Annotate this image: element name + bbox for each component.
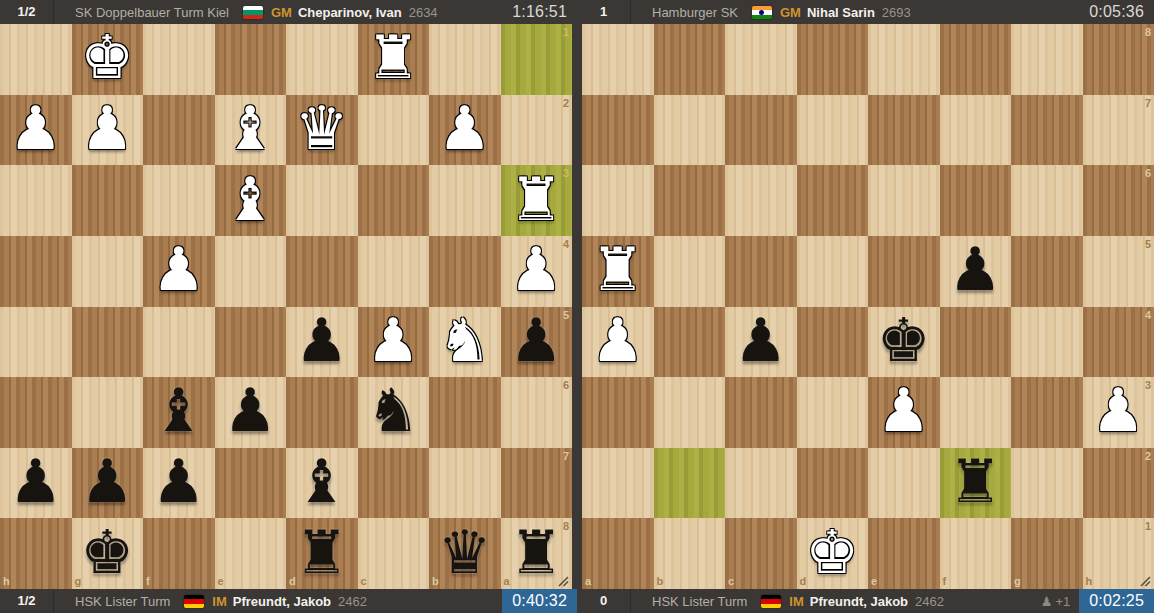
- square-a7[interactable]: 7: [501, 448, 573, 519]
- square-a1[interactable]: a: [582, 518, 654, 589]
- match-score: 1/2: [0, 0, 54, 24]
- square-a7[interactable]: [582, 95, 654, 166]
- square-f7[interactable]: [940, 95, 1012, 166]
- white-pawn: ♟: [1091, 380, 1145, 440]
- black-bishop: ♝: [152, 380, 206, 440]
- square-g3[interactable]: [1011, 377, 1083, 448]
- file-label-d: d: [800, 576, 807, 587]
- square-h3[interactable]: ♟3: [1083, 377, 1154, 448]
- square-b8[interactable]: ♛b: [429, 518, 501, 589]
- white-pawn: ♟: [509, 239, 563, 299]
- square-f1[interactable]: f: [940, 518, 1012, 589]
- square-g4[interactable]: [72, 236, 144, 307]
- square-c8[interactable]: c: [358, 518, 430, 589]
- player-title: GM: [780, 5, 801, 20]
- square-d8[interactable]: [797, 24, 869, 95]
- player-bar-top-left: 1/2 SK Doppelbauer Turm Kiel GM Cheparin…: [0, 0, 577, 24]
- square-e2[interactable]: ♝: [215, 95, 287, 166]
- square-h5[interactable]: 5: [1083, 236, 1154, 307]
- square-g2[interactable]: [1011, 448, 1083, 519]
- rank-label-4: 4: [1145, 310, 1151, 321]
- square-b6[interactable]: [654, 165, 726, 236]
- black-queen: ♛: [438, 522, 492, 582]
- square-d2[interactable]: [797, 448, 869, 519]
- white-rook: ♜: [366, 27, 420, 87]
- square-a6[interactable]: [582, 165, 654, 236]
- square-c6[interactable]: [725, 165, 797, 236]
- black-pawn: ♟: [509, 310, 563, 370]
- black-pawn: ♟: [152, 451, 206, 511]
- chess-board-right[interactable]: 876♜♟5♟♟♚4♟♟3♜2abc♚defgh1: [582, 24, 1154, 589]
- square-h2[interactable]: ♟: [0, 95, 72, 166]
- square-c2[interactable]: [725, 448, 797, 519]
- square-e8[interactable]: [868, 24, 940, 95]
- square-e7[interactable]: [215, 448, 287, 519]
- square-c1[interactable]: ♜: [358, 24, 430, 95]
- black-pawn: ♟: [948, 239, 1002, 299]
- clock-top: 1:16:51: [502, 0, 577, 24]
- square-d4[interactable]: [797, 307, 869, 378]
- square-a8[interactable]: [582, 24, 654, 95]
- square-f8[interactable]: [940, 24, 1012, 95]
- board-panel-right: 1 Hamburger SK GM Nihal Sarin 2693 0:05:…: [577, 0, 1154, 613]
- clock-bottom: 0:02:25: [1079, 589, 1154, 613]
- file-label-f: f: [943, 576, 947, 587]
- rank-label-3: 3: [1145, 380, 1151, 391]
- square-c1[interactable]: c: [725, 518, 797, 589]
- rank-label-5: 5: [563, 310, 569, 321]
- file-label-a: a: [504, 576, 510, 587]
- team-name: SK Doppelbauer Turm Kiel: [75, 5, 229, 20]
- square-a3[interactable]: ♜3: [501, 165, 573, 236]
- white-pawn: ♟: [152, 239, 206, 299]
- square-a3[interactable]: [582, 377, 654, 448]
- white-king: ♚: [80, 27, 134, 87]
- square-f4[interactable]: [940, 307, 1012, 378]
- rank-label-4: 4: [563, 239, 569, 250]
- rank-label-6: 6: [1145, 168, 1151, 179]
- player-name: Pfreundt, Jakob: [233, 594, 331, 609]
- chess-board-left[interactable]: ♚♜1♟♟♝♛♟2♝♜3♟♟4♟♟♞♟5♝♟♞6♟♟♟♝7h♚gfe♜dc♛b♜…: [0, 24, 572, 589]
- rank-label-5: 5: [1145, 239, 1151, 250]
- rank-label-8: 8: [1145, 27, 1151, 38]
- square-e3[interactable]: ♟: [868, 377, 940, 448]
- square-a5[interactable]: ♜: [582, 236, 654, 307]
- match-score: 1: [577, 0, 631, 24]
- square-h5[interactable]: [0, 307, 72, 378]
- square-a4[interactable]: ♟4: [501, 236, 573, 307]
- square-e3[interactable]: ♝: [215, 165, 287, 236]
- square-h6[interactable]: 6: [1083, 165, 1154, 236]
- square-g7[interactable]: [1011, 95, 1083, 166]
- square-b7[interactable]: [429, 448, 501, 519]
- square-c5[interactable]: [725, 236, 797, 307]
- file-label-g: g: [75, 576, 82, 587]
- team-name: HSK Lister Turm: [652, 594, 747, 609]
- player-rating: 2693: [882, 5, 911, 20]
- file-label-c: c: [361, 576, 367, 587]
- rank-label-7: 7: [563, 451, 569, 462]
- square-e5[interactable]: [868, 236, 940, 307]
- square-g8[interactable]: [1011, 24, 1083, 95]
- square-b2[interactable]: ♟: [429, 95, 501, 166]
- square-c7[interactable]: [725, 95, 797, 166]
- square-c6[interactable]: ♞: [358, 377, 430, 448]
- square-a6[interactable]: 6: [501, 377, 573, 448]
- square-e6[interactable]: ♟: [215, 377, 287, 448]
- square-e4[interactable]: ♚: [868, 307, 940, 378]
- file-label-b: b: [432, 576, 439, 587]
- file-label-d: d: [289, 576, 296, 587]
- square-e6[interactable]: [868, 165, 940, 236]
- resize-handle-icon[interactable]: [558, 576, 569, 587]
- square-c2[interactable]: [358, 95, 430, 166]
- square-g1[interactable]: g: [1011, 518, 1083, 589]
- square-d4[interactable]: [286, 236, 358, 307]
- white-pawn: ♟: [80, 98, 134, 158]
- square-f6[interactable]: [940, 165, 1012, 236]
- player-title: IM: [789, 594, 803, 609]
- square-a1[interactable]: 1: [501, 24, 573, 95]
- square-g3[interactable]: [72, 165, 144, 236]
- player-bar-bottom-left: 1/2 HSK Lister Turm IM Pfreundt, Jakob 2…: [0, 589, 577, 613]
- square-h8[interactable]: 8: [1083, 24, 1154, 95]
- square-f8[interactable]: f: [143, 518, 215, 589]
- rank-label-8: 8: [563, 521, 569, 532]
- square-d1[interactable]: ♚d: [797, 518, 869, 589]
- white-bishop: ♝: [223, 169, 277, 229]
- black-rook: ♜: [509, 522, 563, 582]
- square-b3[interactable]: [429, 165, 501, 236]
- black-bishop: ♝: [295, 451, 349, 511]
- black-pawn: ♟: [223, 380, 277, 440]
- white-rook: ♜: [591, 239, 645, 299]
- square-c4[interactable]: ♟: [725, 307, 797, 378]
- board-area-right: 876♜♟5♟♟♚4♟♟3♜2abc♚defgh1: [577, 24, 1154, 589]
- material-eval: ♟ +1: [1041, 594, 1070, 609]
- white-bishop: ♝: [223, 98, 277, 158]
- square-e1[interactable]: e: [868, 518, 940, 589]
- player-bar-top-right: 1 Hamburger SK GM Nihal Sarin 2693 0:05:…: [577, 0, 1154, 24]
- square-a2[interactable]: [582, 448, 654, 519]
- square-c3[interactable]: [358, 165, 430, 236]
- square-g8[interactable]: ♚g: [72, 518, 144, 589]
- board-area-left: ♚♜1♟♟♝♛♟2♝♜3♟♟4♟♟♞♟5♝♟♞6♟♟♟♝7h♚gfe♜dc♛b♜…: [0, 24, 577, 589]
- square-f3[interactable]: [143, 165, 215, 236]
- square-a5[interactable]: ♟5: [501, 307, 573, 378]
- square-f6[interactable]: ♝: [143, 377, 215, 448]
- rank-label-1: 1: [563, 27, 569, 38]
- file-label-e: e: [871, 576, 877, 587]
- clock-bottom: 0:40:32: [502, 589, 577, 613]
- square-c8[interactable]: [725, 24, 797, 95]
- rank-label-6: 6: [563, 380, 569, 391]
- black-knight: ♞: [366, 380, 420, 440]
- square-f7[interactable]: ♟: [143, 448, 215, 519]
- square-d5[interactable]: [797, 236, 869, 307]
- india-flag: [752, 6, 772, 19]
- square-b4[interactable]: [654, 307, 726, 378]
- file-label-f: f: [146, 576, 150, 587]
- square-h7[interactable]: 7: [1083, 95, 1154, 166]
- square-d7[interactable]: ♝: [286, 448, 358, 519]
- square-h2[interactable]: 2: [1083, 448, 1154, 519]
- player-name: Nihal Sarin: [807, 5, 875, 20]
- square-g1[interactable]: ♚: [72, 24, 144, 95]
- team-name: HSK Lister Turm: [75, 594, 170, 609]
- square-h4[interactable]: [0, 236, 72, 307]
- square-g2[interactable]: ♟: [72, 95, 144, 166]
- rank-label-3: 3: [563, 168, 569, 179]
- square-a4[interactable]: ♟: [582, 307, 654, 378]
- square-a2[interactable]: 2: [501, 95, 573, 166]
- black-king: ♚: [80, 522, 134, 582]
- file-label-h: h: [1086, 576, 1093, 587]
- germany-flag: [184, 595, 204, 608]
- team-name: Hamburger SK: [652, 5, 738, 20]
- square-e1[interactable]: [215, 24, 287, 95]
- black-pawn: ♟: [80, 451, 134, 511]
- file-label-b: b: [657, 576, 664, 587]
- file-label-h: h: [3, 576, 10, 587]
- square-h3[interactable]: [0, 165, 72, 236]
- white-pawn: ♟: [9, 98, 63, 158]
- square-e4[interactable]: [215, 236, 287, 307]
- rank-label-7: 7: [1145, 98, 1151, 109]
- player-rating: 2462: [915, 594, 944, 609]
- square-f5[interactable]: ♟: [940, 236, 1012, 307]
- black-rook: ♜: [948, 451, 1002, 511]
- square-e7[interactable]: [868, 95, 940, 166]
- white-pawn: ♟: [877, 380, 931, 440]
- square-b3[interactable]: [654, 377, 726, 448]
- match-score: 0: [577, 589, 631, 613]
- square-f2[interactable]: ♜: [940, 448, 1012, 519]
- square-g5[interactable]: [1011, 236, 1083, 307]
- square-b1[interactable]: b: [654, 518, 726, 589]
- pawn-icon: ♟: [1041, 594, 1053, 609]
- square-h7[interactable]: ♟: [0, 448, 72, 519]
- square-f4[interactable]: ♟: [143, 236, 215, 307]
- square-h4[interactable]: 4: [1083, 307, 1154, 378]
- square-f1[interactable]: [143, 24, 215, 95]
- board-panel-left: 1/2 SK Doppelbauer Turm Kiel GM Cheparin…: [0, 0, 577, 613]
- file-label-g: g: [1014, 576, 1021, 587]
- white-pawn: ♟: [366, 310, 420, 370]
- square-e8[interactable]: e: [215, 518, 287, 589]
- white-rook: ♜: [509, 169, 563, 229]
- black-rook: ♜: [295, 522, 349, 582]
- square-c3[interactable]: [725, 377, 797, 448]
- resize-handle-icon[interactable]: [1140, 576, 1151, 587]
- square-e2[interactable]: [868, 448, 940, 519]
- square-f3[interactable]: [940, 377, 1012, 448]
- square-g6[interactable]: [72, 377, 144, 448]
- square-b6[interactable]: [429, 377, 501, 448]
- square-b5[interactable]: [654, 236, 726, 307]
- square-b4[interactable]: [429, 236, 501, 307]
- player-title: GM: [271, 5, 292, 20]
- square-d2[interactable]: ♛: [286, 95, 358, 166]
- square-b8[interactable]: [654, 24, 726, 95]
- match-score: 1/2: [0, 589, 54, 613]
- square-g7[interactable]: ♟: [72, 448, 144, 519]
- black-pawn: ♟: [734, 310, 788, 370]
- white-pawn: ♟: [591, 310, 645, 370]
- material-eval-value: +1: [1055, 594, 1070, 609]
- player-rating: 2634: [409, 5, 438, 20]
- square-d3[interactable]: [797, 377, 869, 448]
- player-name: Pfreundt, Jakob: [810, 594, 908, 609]
- square-e5[interactable]: [215, 307, 287, 378]
- square-b5[interactable]: ♞: [429, 307, 501, 378]
- square-d7[interactable]: [797, 95, 869, 166]
- clock-top: 0:05:36: [1079, 0, 1154, 24]
- white-king: ♚: [805, 522, 859, 582]
- black-pawn: ♟: [9, 451, 63, 511]
- square-c4[interactable]: [358, 236, 430, 307]
- square-d1[interactable]: [286, 24, 358, 95]
- square-h8[interactable]: h: [0, 518, 72, 589]
- square-d3[interactable]: [286, 165, 358, 236]
- square-d5[interactable]: ♟: [286, 307, 358, 378]
- black-pawn: ♟: [295, 310, 349, 370]
- square-c5[interactable]: ♟: [358, 307, 430, 378]
- bulgaria-flag: [243, 6, 263, 19]
- rank-label-2: 2: [1145, 451, 1151, 462]
- square-h6[interactable]: [0, 377, 72, 448]
- player-rating: 2462: [338, 594, 367, 609]
- square-g5[interactable]: [72, 307, 144, 378]
- rank-label-1: 1: [1145, 521, 1151, 532]
- square-h1[interactable]: [0, 24, 72, 95]
- germany-flag: [761, 595, 781, 608]
- white-pawn: ♟: [438, 98, 492, 158]
- rank-label-2: 2: [563, 98, 569, 109]
- file-label-a: a: [585, 576, 591, 587]
- player-bar-bottom-right: 0 HSK Lister Turm IM Pfreundt, Jakob 246…: [577, 589, 1154, 613]
- black-king: ♚: [877, 310, 931, 370]
- player-name: Cheparinov, Ivan: [298, 5, 402, 20]
- square-b1[interactable]: [429, 24, 501, 95]
- square-b2[interactable]: [654, 448, 726, 519]
- square-g6[interactable]: [1011, 165, 1083, 236]
- file-label-c: c: [728, 576, 734, 587]
- square-g4[interactable]: [1011, 307, 1083, 378]
- square-c7[interactable]: [358, 448, 430, 519]
- player-title: IM: [212, 594, 226, 609]
- square-d8[interactable]: ♜d: [286, 518, 358, 589]
- white-queen: ♛: [295, 98, 349, 158]
- square-d6[interactable]: [286, 377, 358, 448]
- file-label-e: e: [218, 576, 224, 587]
- square-f5[interactable]: [143, 307, 215, 378]
- square-f2[interactable]: [143, 95, 215, 166]
- square-d6[interactable]: [797, 165, 869, 236]
- white-knight: ♞: [438, 310, 492, 370]
- square-b7[interactable]: [654, 95, 726, 166]
